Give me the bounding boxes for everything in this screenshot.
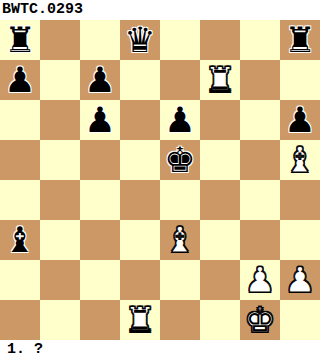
black-queen[interactable]: ♛ <box>124 20 155 60</box>
white-king[interactable]: ♚ <box>244 300 275 340</box>
square-f7[interactable]: ♜ <box>200 60 240 100</box>
square-b7[interactable] <box>40 60 80 100</box>
diagram-title: BWTC.0293 <box>0 0 320 20</box>
square-g5[interactable] <box>240 140 280 180</box>
square-d6[interactable] <box>120 100 160 140</box>
square-f4[interactable] <box>200 180 240 220</box>
square-a3[interactable]: ♝ <box>0 220 40 260</box>
square-c5[interactable] <box>80 140 120 180</box>
white-rook[interactable]: ♜ <box>204 60 235 100</box>
black-rook[interactable]: ♜ <box>284 20 315 60</box>
square-d2[interactable] <box>120 260 160 300</box>
square-d7[interactable] <box>120 60 160 100</box>
white-rook[interactable]: ♜ <box>124 300 155 340</box>
square-a7[interactable]: ♟ <box>0 60 40 100</box>
square-a4[interactable] <box>0 180 40 220</box>
square-h5[interactable]: ♝ <box>280 140 320 180</box>
square-f6[interactable] <box>200 100 240 140</box>
square-d3[interactable] <box>120 220 160 260</box>
black-pawn[interactable]: ♟ <box>284 100 315 140</box>
chess-board: ♜♛♜♟♟♜♟♟♟♚♝♝♝♟♟♜♚ <box>0 20 320 340</box>
white-pawn[interactable]: ♟ <box>284 260 315 300</box>
square-h8[interactable]: ♜ <box>280 20 320 60</box>
square-d5[interactable] <box>120 140 160 180</box>
square-c7[interactable]: ♟ <box>80 60 120 100</box>
square-b8[interactable] <box>40 20 80 60</box>
square-e2[interactable] <box>160 260 200 300</box>
square-c1[interactable] <box>80 300 120 340</box>
square-h4[interactable] <box>280 180 320 220</box>
square-a2[interactable] <box>0 260 40 300</box>
square-c3[interactable] <box>80 220 120 260</box>
square-e8[interactable] <box>160 20 200 60</box>
square-h3[interactable] <box>280 220 320 260</box>
square-e1[interactable] <box>160 300 200 340</box>
square-d4[interactable] <box>120 180 160 220</box>
square-e5[interactable]: ♚ <box>160 140 200 180</box>
black-rook[interactable]: ♜ <box>4 20 35 60</box>
square-g6[interactable] <box>240 100 280 140</box>
white-bishop[interactable]: ♝ <box>284 140 315 180</box>
white-pawn[interactable]: ♟ <box>244 260 275 300</box>
square-a5[interactable] <box>0 140 40 180</box>
chess-diagram: BWTC.0293 ♜♛♜♟♟♜♟♟♟♚♝♝♝♟♟♜♚ 1. ? <box>0 0 320 360</box>
square-g1[interactable]: ♚ <box>240 300 280 340</box>
square-d1[interactable]: ♜ <box>120 300 160 340</box>
square-c8[interactable] <box>80 20 120 60</box>
square-d8[interactable]: ♛ <box>120 20 160 60</box>
square-h2[interactable]: ♟ <box>280 260 320 300</box>
square-b4[interactable] <box>40 180 80 220</box>
square-a1[interactable] <box>0 300 40 340</box>
square-a6[interactable] <box>0 100 40 140</box>
square-h6[interactable]: ♟ <box>280 100 320 140</box>
move-prompt: 1. ? <box>0 340 320 360</box>
square-f5[interactable] <box>200 140 240 180</box>
square-c2[interactable] <box>80 260 120 300</box>
square-c6[interactable]: ♟ <box>80 100 120 140</box>
square-e6[interactable]: ♟ <box>160 100 200 140</box>
square-b3[interactable] <box>40 220 80 260</box>
square-a8[interactable]: ♜ <box>0 20 40 60</box>
square-f3[interactable] <box>200 220 240 260</box>
square-g8[interactable] <box>240 20 280 60</box>
square-b5[interactable] <box>40 140 80 180</box>
black-pawn[interactable]: ♟ <box>164 100 195 140</box>
square-e4[interactable] <box>160 180 200 220</box>
square-g3[interactable] <box>240 220 280 260</box>
square-b6[interactable] <box>40 100 80 140</box>
square-g4[interactable] <box>240 180 280 220</box>
square-b2[interactable] <box>40 260 80 300</box>
square-f2[interactable] <box>200 260 240 300</box>
black-pawn[interactable]: ♟ <box>84 60 115 100</box>
square-h7[interactable] <box>280 60 320 100</box>
black-king[interactable]: ♚ <box>164 140 195 180</box>
square-c4[interactable] <box>80 180 120 220</box>
square-h1[interactable] <box>280 300 320 340</box>
square-f1[interactable] <box>200 300 240 340</box>
square-f8[interactable] <box>200 20 240 60</box>
square-e3[interactable]: ♝ <box>160 220 200 260</box>
square-g2[interactable]: ♟ <box>240 260 280 300</box>
black-pawn[interactable]: ♟ <box>4 60 35 100</box>
square-g7[interactable] <box>240 60 280 100</box>
square-b1[interactable] <box>40 300 80 340</box>
black-bishop[interactable]: ♝ <box>4 220 35 260</box>
black-pawn[interactable]: ♟ <box>84 100 115 140</box>
square-e7[interactable] <box>160 60 200 100</box>
white-bishop[interactable]: ♝ <box>164 220 195 260</box>
